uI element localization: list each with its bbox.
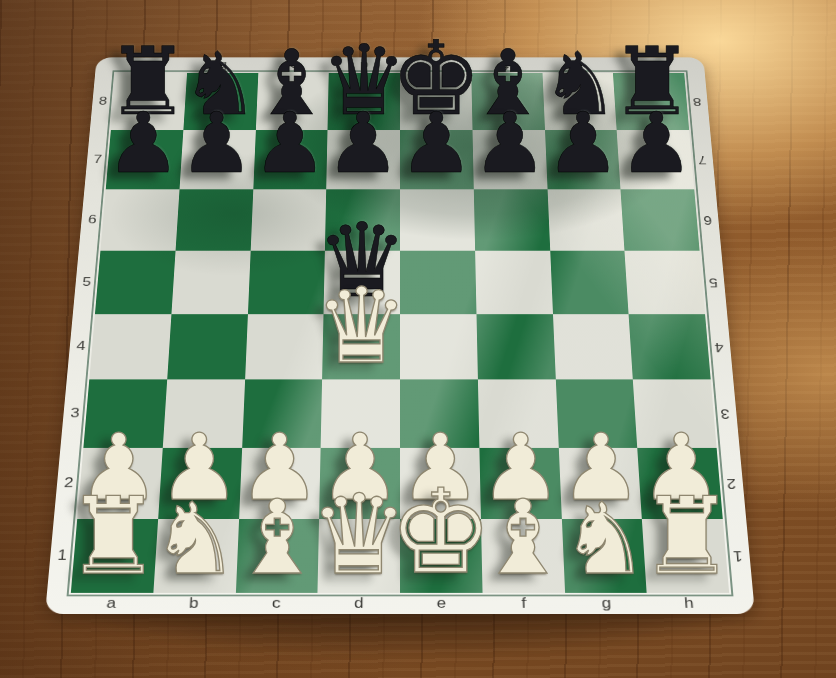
file-label-e: e <box>400 57 471 73</box>
file-label-h: h <box>647 593 731 614</box>
square-h8 <box>613 73 689 130</box>
rank-label-2: 2 <box>717 448 747 519</box>
squares-grid <box>71 73 729 593</box>
square-g2 <box>558 448 642 519</box>
file-label-f: f <box>482 593 565 614</box>
square-b5 <box>171 250 250 313</box>
square-e5 <box>400 250 476 313</box>
square-e2 <box>400 448 481 519</box>
square-e8 <box>400 73 472 130</box>
rank-label-3: 3 <box>711 380 740 448</box>
square-g8 <box>542 73 617 130</box>
square-b4 <box>167 314 248 380</box>
rank-label-5: 5 <box>700 250 728 313</box>
file-label-g: g <box>541 57 613 73</box>
square-c4 <box>245 314 324 380</box>
square-h5 <box>625 250 705 313</box>
square-b2 <box>158 448 242 519</box>
square-b7 <box>179 130 255 189</box>
square-f7 <box>472 130 547 189</box>
file-label-b: b <box>152 593 236 614</box>
square-d2 <box>319 448 400 519</box>
file-label-a: a <box>69 593 153 614</box>
square-f2 <box>479 448 561 519</box>
square-c3 <box>242 380 323 448</box>
square-b6 <box>175 189 253 250</box>
file-labels-top-rotated: abcdefgh <box>116 57 684 73</box>
square-c1 <box>235 519 319 593</box>
playing-area <box>71 73 729 593</box>
square-g7 <box>545 130 621 189</box>
square-c2 <box>239 448 321 519</box>
square-d3 <box>321 380 400 448</box>
square-d6 <box>325 189 400 250</box>
square-d8 <box>328 73 400 130</box>
square-d4 <box>322 314 400 380</box>
square-c6 <box>250 189 326 250</box>
square-a4 <box>89 314 171 380</box>
square-h3 <box>633 380 717 448</box>
square-e4 <box>400 314 478 380</box>
square-e7 <box>400 130 474 189</box>
file-label-d: d <box>329 57 400 73</box>
square-d7 <box>326 130 400 189</box>
square-e6 <box>400 189 475 250</box>
rank-label-4: 4 <box>705 314 733 380</box>
square-h4 <box>629 314 711 380</box>
square-f8 <box>471 73 545 130</box>
square-h7 <box>617 130 694 189</box>
square-a5 <box>95 250 175 313</box>
square-c5 <box>247 250 325 313</box>
square-a2 <box>77 448 162 519</box>
file-label-g: g <box>565 593 649 614</box>
square-h1 <box>642 519 729 593</box>
square-c7 <box>253 130 328 189</box>
rank-label-8: 8 <box>684 73 710 130</box>
file-label-f: f <box>471 57 542 73</box>
chess-board: abcdefgh abcdefgh 87654321 87654321 <box>45 57 755 614</box>
square-a8 <box>111 73 187 130</box>
file-label-c: c <box>258 57 329 73</box>
file-label-a: a <box>116 57 188 73</box>
file-label-b: b <box>187 57 259 73</box>
rank-label-7: 7 <box>689 130 715 189</box>
square-c8 <box>255 73 329 130</box>
square-a7 <box>106 130 183 189</box>
square-f4 <box>476 314 555 380</box>
square-f5 <box>475 250 553 313</box>
file-labels-bottom: abcdefgh <box>69 593 731 614</box>
square-g5 <box>550 250 629 313</box>
rank-label-1: 1 <box>723 519 753 593</box>
square-d1 <box>318 519 400 593</box>
square-a1 <box>71 519 158 593</box>
square-b3 <box>163 380 245 448</box>
file-label-h: h <box>612 57 684 73</box>
file-label-c: c <box>235 593 318 614</box>
file-label-e: e <box>400 593 483 614</box>
rank-label-6: 6 <box>694 189 721 250</box>
square-b1 <box>153 519 238 593</box>
square-f6 <box>474 189 550 250</box>
square-b8 <box>183 73 258 130</box>
square-g4 <box>553 314 634 380</box>
square-g3 <box>555 380 637 448</box>
file-label-d: d <box>317 593 400 614</box>
square-e1 <box>400 519 482 593</box>
square-h6 <box>621 189 700 250</box>
square-g6 <box>547 189 625 250</box>
square-h2 <box>637 448 722 519</box>
square-f3 <box>478 380 559 448</box>
square-e3 <box>400 380 479 448</box>
square-f1 <box>481 519 565 593</box>
photo-scene: abcdefgh abcdefgh 87654321 87654321 ♜♞♝♛… <box>0 0 836 678</box>
square-a3 <box>83 380 167 448</box>
square-d5 <box>324 250 400 313</box>
square-g1 <box>561 519 646 593</box>
square-a6 <box>100 189 179 250</box>
